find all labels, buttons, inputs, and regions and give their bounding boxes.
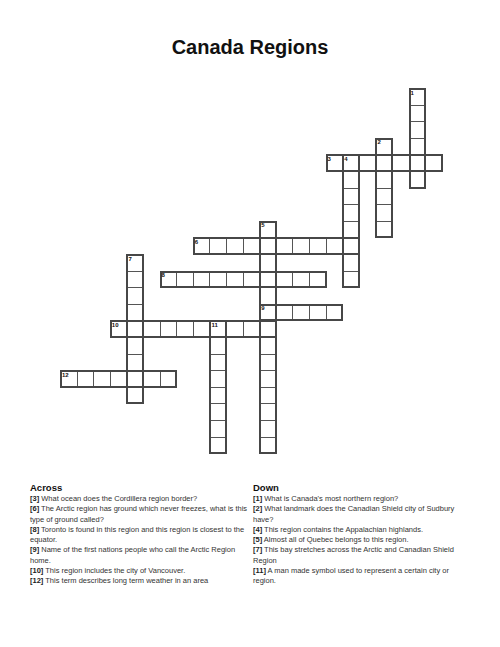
clue-number: [5] — [253, 535, 262, 544]
clue-down-2: [2] What landmark does the Canadian Shie… — [253, 504, 471, 525]
grid-cell-r11c4[interactable] — [126, 271, 144, 289]
across-clue-list: [3] What ocean does the Cordillera regio… — [30, 494, 254, 587]
grid-cell-r20c12[interactable] — [259, 420, 277, 438]
clue-across-6: [6] The Arctic region has ground which n… — [30, 504, 254, 525]
grid-cell-r13c4[interactable] — [126, 304, 144, 322]
page-title: Canada Regions — [0, 36, 500, 59]
grid-cell-r14c11[interactable] — [243, 320, 261, 338]
grid-cell-r11c12[interactable] — [259, 271, 277, 289]
grid-cell-r13c16[interactable] — [326, 304, 344, 322]
grid-cell-r17c0[interactable] — [60, 370, 78, 388]
grid-cell-r11c11[interactable] — [243, 271, 261, 289]
grid-cell-r15c4[interactable] — [126, 337, 144, 355]
grid-cell-r8c17[interactable] — [342, 221, 360, 239]
grid-cell-r17c5[interactable] — [143, 370, 161, 388]
grid-cell-r12c4[interactable] — [126, 287, 144, 305]
grid-cell-r5c19[interactable] — [375, 171, 393, 189]
grid-cell-r9c8[interactable] — [193, 237, 211, 255]
across-header: Across — [30, 482, 254, 493]
clue-across-12: [12] This term describes long term weath… — [30, 576, 254, 586]
grid-cell-r9c14[interactable] — [292, 237, 310, 255]
grid-cell-r11c9[interactable] — [209, 271, 227, 289]
grid-cell-r5c21[interactable] — [409, 171, 427, 189]
grid-cell-r11c17[interactable] — [342, 271, 360, 289]
grid-cell-r7c17[interactable] — [342, 204, 360, 222]
clue-number: [7] — [253, 545, 262, 554]
grid-cell-r6c19[interactable] — [375, 188, 393, 206]
grid-cell-r0c21[interactable] — [409, 88, 427, 106]
down-clue-list: [1] What is Canada's most northern regio… — [253, 494, 471, 587]
crossword-page: Canada Regions 123456789101112 Across [3… — [0, 0, 500, 647]
grid-cell-r18c9[interactable] — [209, 387, 227, 405]
grid-cell-r11c14[interactable] — [292, 271, 310, 289]
grid-cell-r10c17[interactable] — [342, 254, 360, 272]
grid-cell-r14c5[interactable] — [143, 320, 161, 338]
grid-cell-r11c6[interactable] — [160, 271, 178, 289]
grid-cell-r16c4[interactable] — [126, 354, 144, 372]
clue-down-4: [4] This region contains the Appalachian… — [253, 525, 471, 535]
grid-cell-r9c13[interactable] — [276, 237, 294, 255]
grid-cell-r7c19[interactable] — [375, 204, 393, 222]
grid-cell-r4c17[interactable] — [342, 154, 360, 172]
grid-cell-r13c13[interactable] — [276, 304, 294, 322]
grid-cell-r11c8[interactable] — [193, 271, 211, 289]
clue-across-8: [8] Toronto is found in this region and … — [30, 525, 254, 546]
grid-cell-r17c1[interactable] — [77, 370, 95, 388]
grid-cell-r11c13[interactable] — [276, 271, 294, 289]
grid-cell-r13c12[interactable] — [259, 304, 277, 322]
grid-cell-r17c3[interactable] — [110, 370, 128, 388]
grid-cell-r8c19[interactable] — [375, 221, 393, 239]
grid-cell-r18c4[interactable] — [126, 387, 144, 405]
clue-across-10: [10] This region includes the city of Va… — [30, 566, 254, 576]
grid-cell-r16c12[interactable] — [259, 354, 277, 372]
grid-cell-r9c16[interactable] — [326, 237, 344, 255]
grid-cell-r16c9[interactable] — [209, 354, 227, 372]
grid-cell-r17c4[interactable] — [126, 370, 144, 388]
grid-cell-r3c19[interactable] — [375, 138, 393, 156]
clue-across-3: [3] What ocean does the Cordillera regio… — [30, 494, 254, 504]
grid-cell-r9c11[interactable] — [243, 237, 261, 255]
grid-cell-r4c19[interactable] — [375, 154, 393, 172]
grid-cell-r11c15[interactable] — [309, 271, 327, 289]
grid-cell-r14c9[interactable] — [209, 320, 227, 338]
grid-cell-r11c10[interactable] — [226, 271, 244, 289]
grid-cell-r10c4[interactable] — [126, 254, 144, 272]
down-header: Down — [253, 482, 471, 493]
grid-cell-r17c6[interactable] — [160, 370, 178, 388]
clue-number: [9] — [30, 545, 39, 554]
grid-cell-r15c9[interactable] — [209, 337, 227, 355]
grid-cell-r19c12[interactable] — [259, 403, 277, 421]
grid-cell-r9c17[interactable] — [342, 237, 360, 255]
grid-cell-r15c12[interactable] — [259, 337, 277, 355]
grid-cell-r10c12[interactable] — [259, 254, 277, 272]
clue-number: [1] — [253, 494, 262, 503]
clue-down-5: [5] Almost all of Quebec belongs to this… — [253, 535, 471, 545]
crossword-grid: 123456789101112 — [60, 88, 443, 455]
grid-cell-r13c14[interactable] — [292, 304, 310, 322]
clue-number: [6] — [30, 504, 39, 513]
clue-number: [10] — [30, 566, 43, 575]
grid-cell-r6c17[interactable] — [342, 188, 360, 206]
grid-cell-r14c10[interactable] — [226, 320, 244, 338]
clue-across-9: [9] Name of the first nations people who… — [30, 545, 254, 566]
grid-cell-r9c15[interactable] — [309, 237, 327, 255]
across-clues-section: Across [3] What ocean does the Cordiller… — [30, 482, 254, 587]
grid-cell-r4c20[interactable] — [392, 154, 410, 172]
clue-down-11: [11] A man made symbol used to represent… — [253, 566, 471, 587]
grid-cell-r21c12[interactable] — [259, 437, 277, 455]
grid-cell-r4c21[interactable] — [409, 154, 427, 172]
grid-cell-r2c21[interactable] — [409, 121, 427, 139]
grid-cell-r14c12[interactable] — [259, 320, 277, 338]
grid-cell-r14c6[interactable] — [160, 320, 178, 338]
grid-cell-r4c18[interactable] — [359, 154, 377, 172]
clue-number: [8] — [30, 525, 39, 534]
clue-number: [12] — [30, 576, 43, 585]
grid-cell-r3c21[interactable] — [409, 138, 427, 156]
grid-cell-r12c12[interactable] — [259, 287, 277, 305]
grid-cell-r9c9[interactable] — [209, 237, 227, 255]
grid-cell-r9c10[interactable] — [226, 237, 244, 255]
grid-cell-r17c12[interactable] — [259, 370, 277, 388]
clue-number: [4] — [253, 525, 262, 534]
grid-cell-r4c16[interactable] — [326, 154, 344, 172]
grid-cell-r13c15[interactable] — [309, 304, 327, 322]
grid-cell-r11c7[interactable] — [176, 271, 194, 289]
grid-cell-r14c8[interactable] — [193, 320, 211, 338]
grid-cell-r19c9[interactable] — [209, 403, 227, 421]
clue-number: [2] — [253, 504, 262, 513]
grid-cell-r17c2[interactable] — [93, 370, 111, 388]
clue-down-7: [7] This bay stretches across the Arctic… — [253, 545, 471, 566]
clue-down-1: [1] What is Canada's most northern regio… — [253, 494, 471, 504]
grid-cell-r1c21[interactable] — [409, 105, 427, 123]
grid-cell-r20c9[interactable] — [209, 420, 227, 438]
grid-cell-r18c12[interactable] — [259, 387, 277, 405]
grid-cell-r9c12[interactable] — [259, 237, 277, 255]
grid-cell-r14c7[interactable] — [176, 320, 194, 338]
grid-cell-r14c4[interactable] — [126, 320, 144, 338]
grid-cell-r5c17[interactable] — [342, 171, 360, 189]
grid-cell-r14c3[interactable] — [110, 320, 128, 338]
clue-number: [11] — [253, 566, 266, 575]
grid-cell-r21c9[interactable] — [209, 437, 227, 455]
clue-number: [3] — [30, 494, 39, 503]
grid-cell-r4c22[interactable] — [425, 154, 443, 172]
down-clues-section: Down [1] What is Canada's most northern … — [253, 482, 471, 587]
grid-cell-r17c9[interactable] — [209, 370, 227, 388]
grid-cell-r8c12[interactable] — [259, 221, 277, 239]
